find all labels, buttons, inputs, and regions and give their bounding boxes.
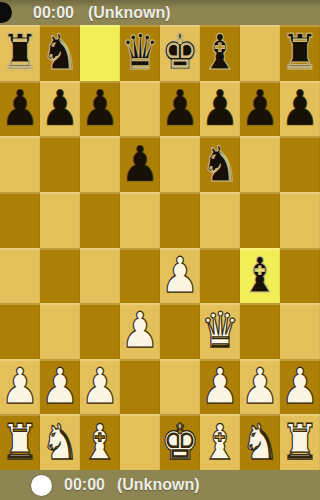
square-h7[interactable]: ♟ (280, 81, 320, 137)
square-b7[interactable]: ♟ (40, 81, 80, 137)
white-pawn: ♟ (281, 362, 320, 411)
white-knight: ♞ (41, 418, 80, 467)
square-h2[interactable]: ♟ (280, 359, 320, 415)
square-d7[interactable] (120, 81, 160, 137)
square-e2[interactable] (160, 359, 200, 415)
square-d8[interactable]: ♛ (120, 25, 160, 81)
square-h5[interactable] (280, 192, 320, 248)
square-d6[interactable]: ♟ (120, 136, 160, 192)
square-h3[interactable] (280, 303, 320, 359)
square-b3[interactable] (40, 303, 80, 359)
white-bishop: ♝ (81, 418, 120, 467)
black-pawn: ♟ (201, 84, 240, 133)
square-c1[interactable]: ♝ (80, 414, 120, 470)
square-h6[interactable] (280, 136, 320, 192)
square-c4[interactable] (80, 248, 120, 304)
square-a2[interactable]: ♟ (0, 359, 40, 415)
chess-board: ♜♞♛♚♝♜♟♟♟♟♟♟♟♟♞♟♝♟♛♟♟♟♟♟♟♜♞♝♚♝♞♜ (0, 25, 320, 470)
square-h4[interactable] (280, 248, 320, 304)
black-queen: ♛ (121, 28, 160, 77)
square-c7[interactable]: ♟ (80, 81, 120, 137)
square-g2[interactable]: ♟ (240, 359, 280, 415)
black-pawn: ♟ (161, 84, 200, 133)
square-e1[interactable]: ♚ (160, 414, 200, 470)
white-rook: ♜ (1, 418, 40, 467)
square-b8[interactable]: ♞ (40, 25, 80, 81)
top-player-clock: 00:00 (33, 4, 74, 22)
square-b4[interactable] (40, 248, 80, 304)
square-a6[interactable] (0, 136, 40, 192)
white-knight: ♞ (241, 418, 280, 467)
square-e4[interactable]: ♟ (160, 248, 200, 304)
square-a5[interactable] (0, 192, 40, 248)
square-g8[interactable] (240, 25, 280, 81)
bottom-player-name: (Unknown) (117, 476, 200, 494)
square-e7[interactable]: ♟ (160, 81, 200, 137)
black-bishop: ♝ (241, 251, 280, 300)
black-knight: ♞ (201, 140, 240, 189)
white-queen: ♛ (201, 306, 240, 355)
top-player-name: (Unknown) (88, 4, 171, 22)
square-c8[interactable] (80, 25, 120, 81)
square-f1[interactable]: ♝ (200, 414, 240, 470)
white-pawn: ♟ (241, 362, 280, 411)
black-pawn: ♟ (241, 84, 280, 133)
square-f4[interactable] (200, 248, 240, 304)
black-rook: ♜ (1, 28, 40, 77)
square-a4[interactable] (0, 248, 40, 304)
square-b1[interactable]: ♞ (40, 414, 80, 470)
square-f3[interactable]: ♛ (200, 303, 240, 359)
square-d5[interactable] (120, 192, 160, 248)
white-king: ♚ (161, 418, 200, 467)
square-h1[interactable]: ♜ (280, 414, 320, 470)
square-f8[interactable]: ♝ (200, 25, 240, 81)
white-pawn: ♟ (161, 251, 200, 300)
black-player-indicator-icon (0, 2, 12, 23)
black-knight: ♞ (41, 28, 80, 77)
bottom-player-bar: 00:00 (Unknown) (0, 470, 320, 500)
square-c6[interactable] (80, 136, 120, 192)
square-c5[interactable] (80, 192, 120, 248)
square-d2[interactable] (120, 359, 160, 415)
white-pawn: ♟ (121, 306, 160, 355)
square-f7[interactable]: ♟ (200, 81, 240, 137)
square-a8[interactable]: ♜ (0, 25, 40, 81)
square-e8[interactable]: ♚ (160, 25, 200, 81)
square-e5[interactable] (160, 192, 200, 248)
square-c3[interactable] (80, 303, 120, 359)
square-b2[interactable]: ♟ (40, 359, 80, 415)
square-b6[interactable] (40, 136, 80, 192)
square-g7[interactable]: ♟ (240, 81, 280, 137)
white-rook: ♜ (281, 418, 320, 467)
bottom-player-clock: 00:00 (64, 476, 105, 494)
square-g6[interactable] (240, 136, 280, 192)
square-f6[interactable]: ♞ (200, 136, 240, 192)
black-king: ♚ (161, 28, 200, 77)
square-g5[interactable] (240, 192, 280, 248)
black-rook: ♜ (281, 28, 320, 77)
black-pawn: ♟ (281, 84, 320, 133)
white-pawn: ♟ (41, 362, 80, 411)
black-pawn: ♟ (1, 84, 40, 133)
black-bishop: ♝ (201, 28, 240, 77)
square-h8[interactable]: ♜ (280, 25, 320, 81)
black-pawn: ♟ (81, 84, 120, 133)
square-a3[interactable] (0, 303, 40, 359)
chess-app-screen: 00:00 (Unknown) ♜♞♛♚♝♜♟♟♟♟♟♟♟♟♞♟♝♟♛♟♟♟♟♟… (0, 0, 320, 500)
square-c2[interactable]: ♟ (80, 359, 120, 415)
white-pawn: ♟ (81, 362, 120, 411)
square-d4[interactable] (120, 248, 160, 304)
square-d3[interactable]: ♟ (120, 303, 160, 359)
square-e6[interactable] (160, 136, 200, 192)
square-a7[interactable]: ♟ (0, 81, 40, 137)
white-pawn: ♟ (1, 362, 40, 411)
square-f2[interactable]: ♟ (200, 359, 240, 415)
square-g1[interactable]: ♞ (240, 414, 280, 470)
white-pawn: ♟ (201, 362, 240, 411)
black-pawn: ♟ (41, 84, 80, 133)
square-e3[interactable] (160, 303, 200, 359)
white-bishop: ♝ (201, 418, 240, 467)
top-player-bar: 00:00 (Unknown) (0, 0, 320, 25)
square-f5[interactable] (200, 192, 240, 248)
square-a1[interactable]: ♜ (0, 414, 40, 470)
black-pawn: ♟ (121, 140, 160, 189)
square-g3[interactable] (240, 303, 280, 359)
square-d1[interactable] (120, 414, 160, 470)
square-b5[interactable] (40, 192, 80, 248)
square-g4[interactable]: ♝ (240, 248, 280, 304)
white-player-indicator-icon (31, 475, 52, 496)
